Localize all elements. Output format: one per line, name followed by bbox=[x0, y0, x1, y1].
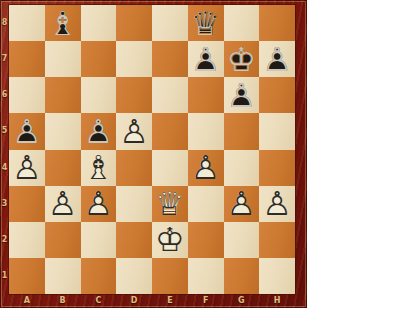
file-label-C: C bbox=[81, 297, 117, 305]
square-g5[interactable] bbox=[224, 113, 260, 149]
piece-black-queen[interactable]: ♛♕ bbox=[188, 5, 224, 41]
black-pawn-outline-icon: ♙ bbox=[224, 77, 260, 113]
piece-white-pawn[interactable]: ♟♙ bbox=[259, 186, 295, 222]
square-g3[interactable]: ♟♙ bbox=[224, 186, 260, 222]
square-c6[interactable] bbox=[81, 77, 117, 113]
square-e2[interactable]: ♚♔ bbox=[152, 222, 188, 258]
square-d4[interactable] bbox=[116, 150, 152, 186]
square-f4[interactable]: ♟♙ bbox=[188, 150, 224, 186]
square-f8[interactable]: ♛♕ bbox=[188, 5, 224, 41]
square-g7[interactable]: ♚♔ bbox=[224, 41, 260, 77]
square-e1[interactable] bbox=[152, 258, 188, 294]
square-b5[interactable] bbox=[45, 113, 81, 149]
board-frame: ♝♗♛♕♟♙♚♔♟♙♟♙♟♙♟♙♟♙♟♙♝♗♟♙♟♙♟♙♛♕♟♙♟♙♚♔ 876… bbox=[0, 0, 307, 308]
square-d8[interactable] bbox=[116, 5, 152, 41]
file-coordinates: ABCDEFGH bbox=[9, 294, 295, 308]
rank-label-5: 5 bbox=[0, 127, 9, 135]
square-a5[interactable]: ♟♙ bbox=[9, 113, 45, 149]
white-pawn-outline-icon: ♙ bbox=[45, 186, 81, 222]
chess-board: ♝♗♛♕♟♙♚♔♟♙♟♙♟♙♟♙♟♙♟♙♝♗♟♙♟♙♟♙♛♕♟♙♟♙♚♔ bbox=[9, 5, 295, 294]
square-c3[interactable]: ♟♙ bbox=[81, 186, 117, 222]
square-h3[interactable]: ♟♙ bbox=[259, 186, 295, 222]
black-pawn-outline-icon: ♙ bbox=[81, 113, 117, 149]
black-pawn-outline-icon: ♙ bbox=[9, 113, 45, 149]
square-a2[interactable] bbox=[9, 222, 45, 258]
piece-black-bishop[interactable]: ♝♗ bbox=[45, 5, 81, 41]
piece-black-king[interactable]: ♚♔ bbox=[224, 41, 260, 77]
piece-white-queen[interactable]: ♛♕ bbox=[152, 186, 188, 222]
square-b1[interactable] bbox=[45, 258, 81, 294]
square-a3[interactable] bbox=[9, 186, 45, 222]
file-label-F: F bbox=[188, 297, 224, 305]
piece-black-pawn[interactable]: ♟♙ bbox=[9, 113, 45, 149]
square-h8[interactable] bbox=[259, 5, 295, 41]
chess-diagram-canvas: ♝♗♛♕♟♙♚♔♟♙♟♙♟♙♟♙♟♙♟♙♝♗♟♙♟♙♟♙♛♕♟♙♟♙♚♔ 876… bbox=[0, 0, 414, 311]
square-d3[interactable] bbox=[116, 186, 152, 222]
black-pawn-outline-icon: ♙ bbox=[188, 41, 224, 77]
square-h1[interactable] bbox=[259, 258, 295, 294]
piece-white-pawn[interactable]: ♟♙ bbox=[81, 186, 117, 222]
rank-label-2: 2 bbox=[0, 236, 9, 244]
square-g6[interactable]: ♟♙ bbox=[224, 77, 260, 113]
piece-white-pawn[interactable]: ♟♙ bbox=[116, 113, 152, 149]
square-d5[interactable]: ♟♙ bbox=[116, 113, 152, 149]
square-e6[interactable] bbox=[152, 77, 188, 113]
square-c8[interactable] bbox=[81, 5, 117, 41]
square-h2[interactable] bbox=[259, 222, 295, 258]
square-a8[interactable] bbox=[9, 5, 45, 41]
rank-label-4: 4 bbox=[0, 164, 9, 172]
square-c1[interactable] bbox=[81, 258, 117, 294]
square-e4[interactable] bbox=[152, 150, 188, 186]
white-pawn-outline-icon: ♙ bbox=[116, 113, 152, 149]
square-a4[interactable]: ♟♙ bbox=[9, 150, 45, 186]
square-c5[interactable]: ♟♙ bbox=[81, 113, 117, 149]
square-b3[interactable]: ♟♙ bbox=[45, 186, 81, 222]
piece-black-pawn[interactable]: ♟♙ bbox=[188, 41, 224, 77]
rank-label-7: 7 bbox=[0, 55, 9, 63]
white-pawn-outline-icon: ♙ bbox=[9, 150, 45, 186]
square-g1[interactable] bbox=[224, 258, 260, 294]
square-a1[interactable] bbox=[9, 258, 45, 294]
file-label-D: D bbox=[116, 297, 152, 305]
piece-white-bishop[interactable]: ♝♗ bbox=[81, 150, 117, 186]
square-f3[interactable] bbox=[188, 186, 224, 222]
square-e5[interactable] bbox=[152, 113, 188, 149]
square-d6[interactable] bbox=[116, 77, 152, 113]
square-b4[interactable] bbox=[45, 150, 81, 186]
square-b8[interactable]: ♝♗ bbox=[45, 5, 81, 41]
piece-black-pawn[interactable]: ♟♙ bbox=[81, 113, 117, 149]
piece-white-pawn[interactable]: ♟♙ bbox=[224, 186, 260, 222]
black-pawn-outline-icon: ♙ bbox=[259, 41, 295, 77]
rank-coordinates: 87654321 bbox=[0, 5, 9, 294]
white-queen-outline-icon: ♕ bbox=[152, 186, 188, 222]
square-c2[interactable] bbox=[81, 222, 117, 258]
rank-label-6: 6 bbox=[0, 91, 9, 99]
square-h4[interactable] bbox=[259, 150, 295, 186]
piece-black-pawn[interactable]: ♟♙ bbox=[259, 41, 295, 77]
white-pawn-outline-icon: ♙ bbox=[81, 186, 117, 222]
square-h7[interactable]: ♟♙ bbox=[259, 41, 295, 77]
square-f6[interactable] bbox=[188, 77, 224, 113]
file-label-E: E bbox=[152, 297, 188, 305]
square-d2[interactable] bbox=[116, 222, 152, 258]
rank-label-8: 8 bbox=[0, 19, 9, 27]
file-label-A: A bbox=[9, 297, 45, 305]
piece-white-pawn[interactable]: ♟♙ bbox=[188, 150, 224, 186]
square-b6[interactable] bbox=[45, 77, 81, 113]
white-pawn-outline-icon: ♙ bbox=[259, 186, 295, 222]
rank-label-1: 1 bbox=[0, 272, 9, 280]
white-bishop-outline-icon: ♗ bbox=[81, 150, 117, 186]
square-f1[interactable] bbox=[188, 258, 224, 294]
file-label-G: G bbox=[224, 297, 260, 305]
square-g8[interactable] bbox=[224, 5, 260, 41]
square-h6[interactable] bbox=[259, 77, 295, 113]
black-queen-outline-icon: ♕ bbox=[188, 5, 224, 41]
square-a7[interactable] bbox=[9, 41, 45, 77]
square-e3[interactable]: ♛♕ bbox=[152, 186, 188, 222]
piece-black-pawn[interactable]: ♟♙ bbox=[224, 77, 260, 113]
square-b7[interactable] bbox=[45, 41, 81, 77]
square-d7[interactable] bbox=[116, 41, 152, 77]
square-c7[interactable] bbox=[81, 41, 117, 77]
piece-white-pawn[interactable]: ♟♙ bbox=[9, 150, 45, 186]
square-f2[interactable] bbox=[188, 222, 224, 258]
rank-label-3: 3 bbox=[0, 200, 9, 208]
square-f5[interactable] bbox=[188, 113, 224, 149]
square-g4[interactable] bbox=[224, 150, 260, 186]
file-label-H: H bbox=[259, 297, 295, 305]
piece-white-king[interactable]: ♚♔ bbox=[152, 222, 188, 258]
square-a6[interactable] bbox=[9, 77, 45, 113]
square-c4[interactable]: ♝♗ bbox=[81, 150, 117, 186]
white-king-outline-icon: ♔ bbox=[152, 222, 188, 258]
square-d1[interactable] bbox=[116, 258, 152, 294]
file-label-B: B bbox=[45, 297, 81, 305]
black-bishop-outline-icon: ♗ bbox=[45, 5, 81, 41]
white-pawn-outline-icon: ♙ bbox=[224, 186, 260, 222]
white-pawn-outline-icon: ♙ bbox=[188, 150, 224, 186]
square-e8[interactable] bbox=[152, 5, 188, 41]
square-g2[interactable] bbox=[224, 222, 260, 258]
square-h5[interactable] bbox=[259, 113, 295, 149]
piece-white-pawn[interactable]: ♟♙ bbox=[45, 186, 81, 222]
square-b2[interactable] bbox=[45, 222, 81, 258]
black-king-outline-icon: ♔ bbox=[224, 41, 260, 77]
square-f7[interactable]: ♟♙ bbox=[188, 41, 224, 77]
square-e7[interactable] bbox=[152, 41, 188, 77]
